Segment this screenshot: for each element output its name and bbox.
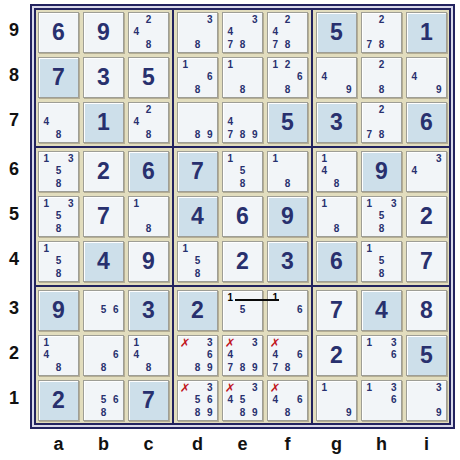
empty-candidate-slot <box>40 268 52 280</box>
row-label-4: 4 <box>0 239 28 280</box>
candidates: 278 <box>363 14 400 51</box>
candidates: 48 <box>40 104 77 141</box>
cell-g1[interactable]: 19 <box>316 380 357 421</box>
empty-candidate-slot <box>343 153 355 165</box>
given-digit: 2 <box>39 381 78 420</box>
cell-c6[interactable]: 6 <box>128 151 169 192</box>
candidates: ✗34589 <box>224 382 261 419</box>
cell-a6[interactable]: 1358 <box>38 151 79 192</box>
candidate-4: 4 <box>269 26 281 38</box>
empty-candidate-slot <box>388 223 400 235</box>
empty-candidate-slot <box>52 116 64 128</box>
empty-candidate-slot <box>363 116 375 128</box>
cell-b3[interactable]: 56 <box>83 290 124 331</box>
empty-candidate-slot <box>65 129 77 141</box>
cell-a5[interactable]: 1358 <box>38 196 79 237</box>
cell-g9[interactable]: 5 <box>316 12 357 53</box>
cell-g7[interactable]: 3 <box>316 102 357 143</box>
cell-f4[interactable]: 3 <box>267 241 308 282</box>
empty-candidate-slot <box>294 407 306 419</box>
empty-candidate-slot <box>191 26 203 38</box>
empty-candidate-slot <box>269 178 281 190</box>
cell-b9[interactable]: 9 <box>83 12 124 53</box>
cell-d6[interactable]: 7 <box>177 151 218 192</box>
candidate-8: 8 <box>191 407 203 419</box>
cell-c3[interactable]: 3 <box>128 290 169 331</box>
cell-b4[interactable]: 4 <box>83 241 124 282</box>
strong-link-line-e3-f3 <box>235 299 279 301</box>
candidate-1: 1 <box>224 59 236 71</box>
empty-candidate-slot <box>294 153 306 165</box>
candidates: 16 <box>269 292 306 329</box>
cell-d7[interactable]: 89 <box>177 102 218 143</box>
candidate-7: 7 <box>224 129 236 141</box>
empty-candidate-slot <box>281 26 293 38</box>
empty-candidate-slot <box>388 39 400 51</box>
cell-a4[interactable]: 158 <box>38 241 79 282</box>
candidates: 19 <box>318 382 355 419</box>
cell-d4[interactable]: 158 <box>177 241 218 282</box>
empty-candidate-slot <box>420 394 432 406</box>
empty-candidate-slot <box>65 349 77 361</box>
candidate-8: 8 <box>97 407 109 419</box>
candidate-5: 5 <box>236 165 248 177</box>
cell-d3[interactable]: 2 <box>177 290 218 331</box>
candidate-3: 3 <box>388 337 400 349</box>
empty-candidate-slot <box>155 210 167 222</box>
empty-candidate-slot <box>179 26 191 38</box>
cell-h8[interactable]: 28 <box>361 57 402 98</box>
cell-f3[interactable]: 16 <box>267 290 308 331</box>
candidate-3: 3 <box>204 382 216 394</box>
empty-candidate-slot <box>249 178 261 190</box>
empty-candidate-slot <box>343 178 355 190</box>
cell-h5[interactable]: 1358 <box>361 196 402 237</box>
empty-candidate-slot <box>155 39 167 51</box>
candidates: ✗4678 <box>269 337 306 374</box>
empty-candidate-slot <box>433 71 445 83</box>
empty-candidate-slot <box>65 116 77 128</box>
empty-candidate-slot <box>363 349 375 361</box>
candidate-3: 3 <box>65 153 77 165</box>
sudoku-board: 6924838347824785278173516818126849284948… <box>30 4 455 429</box>
eliminated-candidate-1: ✗ <box>268 336 282 350</box>
given-digit: 1 <box>84 103 123 142</box>
empty-candidate-slot <box>130 104 142 116</box>
eliminated-candidate-1: ✗ <box>223 381 237 395</box>
cell-c9[interactable]: 248 <box>128 12 169 53</box>
cell-i5[interactable]: 2 <box>406 196 447 237</box>
empty-candidate-slot <box>52 104 64 116</box>
empty-candidate-slot <box>85 317 97 329</box>
candidates: 148 <box>318 153 355 190</box>
empty-candidate-slot <box>191 243 203 255</box>
empty-candidate-slot <box>110 317 122 329</box>
cell-g8[interactable]: 49 <box>316 57 357 98</box>
cell-b1[interactable]: 568 <box>83 380 124 421</box>
cell-c8[interactable]: 5 <box>128 57 169 98</box>
candidate-8: 8 <box>52 223 64 235</box>
empty-candidate-slot <box>85 362 97 374</box>
empty-candidate-slot <box>363 104 375 116</box>
candidate-1: 1 <box>40 198 52 210</box>
cell-f7[interactable]: 5 <box>267 102 308 143</box>
candidate-6: 6 <box>294 304 306 316</box>
cell-e6[interactable]: 158 <box>222 151 263 192</box>
empty-candidate-slot <box>155 337 167 349</box>
candidates: 136 <box>363 382 400 419</box>
empty-candidate-slot <box>224 178 236 190</box>
eliminated-candidate-1: ✗ <box>268 381 282 395</box>
cell-h2[interactable]: 136 <box>361 335 402 376</box>
empty-candidate-slot <box>363 84 375 96</box>
candidate-8: 8 <box>375 84 387 96</box>
eliminated-candidate-1: ✗ <box>223 336 237 350</box>
cell-d1[interactable]: ✗35689 <box>177 380 218 421</box>
cell-i6[interactable]: 34 <box>406 151 447 192</box>
cell-d2[interactable]: ✗3689 <box>177 335 218 376</box>
cell-a9[interactable]: 6 <box>38 12 79 53</box>
empty-candidate-slot <box>130 39 142 51</box>
empty-candidate-slot <box>97 292 109 304</box>
cell-g4[interactable]: 6 <box>316 241 357 282</box>
candidate-8: 8 <box>142 129 154 141</box>
empty-candidate-slot <box>281 292 293 304</box>
empty-candidate-slot <box>294 362 306 374</box>
cell-h9[interactable]: 278 <box>361 12 402 53</box>
row-label-7: 7 <box>0 100 28 141</box>
empty-candidate-slot <box>363 223 375 235</box>
empty-candidate-slot <box>249 84 261 96</box>
empty-candidate-slot <box>318 178 330 190</box>
cell-d5[interactable]: 4 <box>177 196 218 237</box>
empty-candidate-slot <box>85 407 97 419</box>
empty-candidate-slot <box>97 317 109 329</box>
empty-candidate-slot <box>363 362 375 374</box>
candidates: 49 <box>408 59 445 96</box>
candidate-1: 1 <box>179 59 191 71</box>
empty-candidate-slot <box>65 210 77 222</box>
empty-candidate-slot <box>204 116 216 128</box>
candidate-1: 1 <box>363 198 375 210</box>
empty-candidate-slot <box>281 349 293 361</box>
candidate-9: 9 <box>204 129 216 141</box>
empty-candidate-slot <box>155 223 167 235</box>
candidates: 2478 <box>269 14 306 51</box>
empty-candidate-slot <box>249 304 261 316</box>
empty-candidate-slot <box>281 71 293 83</box>
empty-candidate-slot <box>236 26 248 38</box>
candidate-8: 8 <box>236 84 248 96</box>
candidate-2: 2 <box>142 14 154 26</box>
cell-d8[interactable]: 168 <box>177 57 218 98</box>
empty-candidate-slot <box>375 394 387 406</box>
empty-candidate-slot <box>294 39 306 51</box>
empty-candidate-slot <box>236 337 248 349</box>
empty-candidate-slot <box>179 14 191 26</box>
empty-candidate-slot <box>52 243 64 255</box>
solved-digit: 2 <box>317 336 356 375</box>
candidates: 89 <box>179 104 216 141</box>
empty-candidate-slot <box>97 382 109 394</box>
candidate-8: 8 <box>375 268 387 280</box>
empty-candidate-slot <box>294 292 306 304</box>
candidate-8: 8 <box>142 362 154 374</box>
candidate-1: 1 <box>269 59 281 71</box>
board-frame: 6924838347824785278173516818126849284948… <box>34 8 451 425</box>
candidate-8: 8 <box>375 223 387 235</box>
candidate-5: 5 <box>236 394 248 406</box>
empty-candidate-slot <box>420 382 432 394</box>
empty-candidate-slot <box>155 14 167 26</box>
cell-c2[interactable]: 148 <box>128 335 169 376</box>
solved-digit: 2 <box>407 197 446 236</box>
cell-i8[interactable]: 49 <box>406 57 447 98</box>
candidate-3: 3 <box>249 382 261 394</box>
candidate-8: 8 <box>236 362 248 374</box>
empty-candidate-slot <box>388 268 400 280</box>
empty-candidate-slot <box>179 394 191 406</box>
empty-candidate-slot <box>408 59 420 71</box>
cell-a3[interactable]: 9 <box>38 290 79 331</box>
empty-candidate-slot <box>224 165 236 177</box>
empty-candidate-slot <box>65 337 77 349</box>
empty-candidate-slot <box>363 26 375 38</box>
candidate-4: 4 <box>408 165 420 177</box>
cell-i3[interactable]: 8 <box>406 290 447 331</box>
empty-candidate-slot <box>155 116 167 128</box>
given-digit: 7 <box>39 58 78 97</box>
cell-a1[interactable]: 2 <box>38 380 79 421</box>
cell-h3[interactable]: 4 <box>361 290 402 331</box>
empty-candidate-slot <box>191 71 203 83</box>
solved-digit: 2 <box>223 242 262 281</box>
cell-b2[interactable]: 68 <box>83 335 124 376</box>
empty-candidate-slot <box>179 39 191 51</box>
candidate-4: 4 <box>269 349 281 361</box>
cell-i7[interactable]: 6 <box>406 102 447 143</box>
empty-candidate-slot <box>40 129 52 141</box>
cell-a8[interactable]: 7 <box>38 57 79 98</box>
candidate-3: 3 <box>433 382 445 394</box>
candidate-9: 9 <box>343 84 355 96</box>
empty-candidate-slot <box>155 129 167 141</box>
empty-candidate-slot <box>343 71 355 83</box>
empty-candidate-slot <box>343 223 355 235</box>
empty-candidate-slot <box>363 268 375 280</box>
solved-digit: 7 <box>84 197 123 236</box>
cell-e7[interactable]: 4789 <box>222 102 263 143</box>
candidate-3: 3 <box>204 14 216 26</box>
empty-candidate-slot <box>408 178 420 190</box>
candidate-1: 1 <box>179 243 191 255</box>
row-label-3: 3 <box>0 288 28 329</box>
cell-f5[interactable]: 9 <box>267 196 308 237</box>
col-label-c: c <box>128 432 169 456</box>
cell-e2[interactable]: ✗34789 <box>222 335 263 376</box>
candidate-7: 7 <box>269 39 281 51</box>
cell-a7[interactable]: 48 <box>38 102 79 143</box>
cell-b7[interactable]: 1 <box>83 102 124 143</box>
candidate-1: 1 <box>363 243 375 255</box>
cell-i1[interactable]: 39 <box>406 380 447 421</box>
cell-b5[interactable]: 7 <box>83 196 124 237</box>
cell-f9[interactable]: 2478 <box>267 12 308 53</box>
empty-candidate-slot <box>330 59 342 71</box>
empty-candidate-slot <box>388 14 400 26</box>
cell-a2[interactable]: 148 <box>38 335 79 376</box>
empty-candidate-slot <box>65 223 77 235</box>
empty-candidate-slot <box>408 382 420 394</box>
row-label-8: 8 <box>0 55 28 96</box>
empty-candidate-slot <box>330 84 342 96</box>
cell-c4[interactable]: 9 <box>128 241 169 282</box>
cell-h7[interactable]: 278 <box>361 102 402 143</box>
empty-candidate-slot <box>408 153 420 165</box>
empty-candidate-slot <box>420 178 432 190</box>
cell-e5[interactable]: 6 <box>222 196 263 237</box>
empty-candidate-slot <box>40 165 52 177</box>
cell-h1[interactable]: 136 <box>361 380 402 421</box>
solved-digit: 7 <box>407 242 446 281</box>
empty-candidate-slot <box>179 84 191 96</box>
candidates: 1358 <box>40 198 77 235</box>
empty-candidate-slot <box>375 198 387 210</box>
candidate-8: 8 <box>281 84 293 96</box>
candidate-5: 5 <box>191 255 203 267</box>
solved-digit: 7 <box>317 291 356 330</box>
candidate-4: 4 <box>130 26 142 38</box>
given-digit: 6 <box>407 103 446 142</box>
empty-candidate-slot <box>179 116 191 128</box>
cell-d9[interactable]: 38 <box>177 12 218 53</box>
empty-candidate-slot <box>388 407 400 419</box>
empty-candidate-slot <box>52 153 64 165</box>
empty-candidate-slot <box>388 129 400 141</box>
candidate-4: 4 <box>130 349 142 361</box>
empty-candidate-slot <box>85 304 97 316</box>
candidate-8: 8 <box>52 362 64 374</box>
candidate-8: 8 <box>52 178 64 190</box>
cell-g2[interactable]: 2 <box>316 335 357 376</box>
empty-candidate-slot <box>388 59 400 71</box>
cell-e9[interactable]: 3478 <box>222 12 263 53</box>
candidate-2: 2 <box>142 104 154 116</box>
cell-h4[interactable]: 158 <box>361 241 402 282</box>
empty-candidate-slot <box>204 255 216 267</box>
empty-candidate-slot <box>375 26 387 38</box>
empty-candidate-slot <box>375 362 387 374</box>
empty-candidate-slot <box>236 382 248 394</box>
empty-candidate-slot <box>408 394 420 406</box>
row-label-5: 5 <box>0 194 28 235</box>
cell-i4[interactable]: 7 <box>406 241 447 282</box>
solved-digit: 6 <box>39 13 78 52</box>
empty-candidate-slot <box>204 84 216 96</box>
empty-candidate-slot <box>318 84 330 96</box>
cell-g6[interactable]: 148 <box>316 151 357 192</box>
box-divider-horizontal-2 <box>36 285 449 287</box>
empty-candidate-slot <box>179 71 191 83</box>
cell-c7[interactable]: 248 <box>128 102 169 143</box>
solved-digit: 3 <box>84 58 123 97</box>
candidate-6: 6 <box>204 349 216 361</box>
given-digit: 9 <box>362 152 401 191</box>
empty-candidate-slot <box>388 362 400 374</box>
cell-g3[interactable]: 7 <box>316 290 357 331</box>
empty-candidate-slot <box>363 14 375 26</box>
given-digit: 3 <box>129 291 168 330</box>
empty-candidate-slot <box>343 210 355 222</box>
candidate-6: 6 <box>294 394 306 406</box>
col-label-e: e <box>222 432 263 456</box>
empty-candidate-slot <box>294 337 306 349</box>
cell-i2[interactable]: 5 <box>406 335 447 376</box>
cell-b6[interactable]: 2 <box>83 151 124 192</box>
candidate-2: 2 <box>375 104 387 116</box>
candidate-9: 9 <box>343 407 355 419</box>
empty-candidate-slot <box>97 337 109 349</box>
cell-e3[interactable]: 15 <box>222 290 263 331</box>
cell-f2[interactable]: ✗4678 <box>267 335 308 376</box>
empty-candidate-slot <box>420 59 432 71</box>
empty-candidate-slot <box>249 317 261 329</box>
empty-candidate-slot <box>294 84 306 96</box>
empty-candidate-slot <box>433 165 445 177</box>
candidate-7: 7 <box>269 362 281 374</box>
empty-candidate-slot <box>343 394 355 406</box>
candidates: 136 <box>363 337 400 374</box>
candidate-1: 1 <box>130 198 142 210</box>
empty-candidate-slot <box>224 317 236 329</box>
candidate-1: 1 <box>318 198 330 210</box>
empty-candidate-slot <box>85 394 97 406</box>
cell-c1[interactable]: 7 <box>128 380 169 421</box>
given-digit: 6 <box>317 242 356 281</box>
cell-h6[interactable]: 9 <box>361 151 402 192</box>
cell-e4[interactable]: 2 <box>222 241 263 282</box>
given-digit: 4 <box>178 197 217 236</box>
cell-f6[interactable]: 18 <box>267 151 308 192</box>
col-label-f: f <box>267 432 308 456</box>
cell-b8[interactable]: 3 <box>83 57 124 98</box>
cell-e8[interactable]: 18 <box>222 57 263 98</box>
cell-i9[interactable]: 1 <box>406 12 447 53</box>
empty-candidate-slot <box>224 104 236 116</box>
empty-candidate-slot <box>191 382 203 394</box>
candidate-3: 3 <box>388 382 400 394</box>
empty-candidate-slot <box>281 317 293 329</box>
box-divider-vertical-1 <box>172 10 174 423</box>
candidate-4: 4 <box>224 394 236 406</box>
candidate-1: 1 <box>40 153 52 165</box>
empty-candidate-slot <box>142 198 154 210</box>
candidate-4: 4 <box>318 165 330 177</box>
cell-c5[interactable]: 18 <box>128 196 169 237</box>
empty-candidate-slot <box>224 71 236 83</box>
candidates: 278 <box>363 104 400 141</box>
empty-candidate-slot <box>330 210 342 222</box>
empty-candidate-slot <box>281 304 293 316</box>
cell-g5[interactable]: 18 <box>316 196 357 237</box>
cell-f8[interactable]: 1268 <box>267 57 308 98</box>
cell-e1[interactable]: ✗34589 <box>222 380 263 421</box>
cell-f1[interactable]: ✗468 <box>267 380 308 421</box>
candidate-9: 9 <box>249 129 261 141</box>
given-digit: 1 <box>407 13 446 52</box>
candidate-6: 6 <box>110 394 122 406</box>
candidate-3: 3 <box>65 198 77 210</box>
